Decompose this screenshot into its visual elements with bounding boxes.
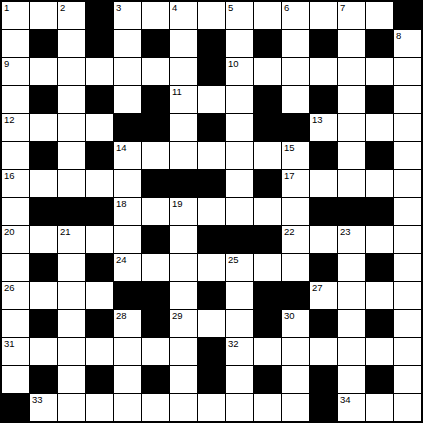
clue-number: 24	[116, 255, 127, 265]
white-cell[interactable]: 28	[114, 310, 141, 337]
black-cell	[114, 282, 141, 309]
white-cell[interactable]	[226, 394, 253, 421]
white-cell[interactable]	[86, 226, 113, 253]
white-cell[interactable]	[254, 338, 281, 365]
black-cell	[254, 226, 281, 253]
white-cell[interactable]: 22	[282, 226, 309, 253]
white-cell[interactable]	[226, 86, 253, 113]
white-cell[interactable]: 33	[30, 394, 57, 421]
black-cell	[282, 282, 309, 309]
black-cell	[142, 226, 169, 253]
black-cell	[310, 310, 337, 337]
black-cell	[310, 30, 337, 57]
black-cell	[310, 198, 337, 225]
white-cell[interactable]	[2, 198, 29, 225]
black-cell	[198, 366, 225, 393]
white-cell[interactable]	[394, 338, 421, 365]
white-cell[interactable]: 1	[2, 2, 29, 29]
white-cell[interactable]: 8	[394, 30, 421, 57]
white-cell[interactable]: 21	[58, 226, 85, 253]
white-cell[interactable]	[226, 310, 253, 337]
black-cell	[30, 254, 57, 281]
black-cell	[58, 198, 85, 225]
white-cell[interactable]	[114, 226, 141, 253]
white-cell[interactable]	[86, 282, 113, 309]
white-cell[interactable]	[366, 170, 393, 197]
black-cell	[142, 366, 169, 393]
white-cell[interactable]	[338, 142, 365, 169]
white-cell[interactable]	[58, 142, 85, 169]
clue-number: 9	[4, 59, 9, 69]
white-cell[interactable]	[366, 226, 393, 253]
white-cell[interactable]	[338, 366, 365, 393]
white-cell[interactable]	[170, 114, 197, 141]
white-cell[interactable]	[282, 366, 309, 393]
white-cell[interactable]: 23	[338, 226, 365, 253]
black-cell	[226, 226, 253, 253]
black-cell	[338, 198, 365, 225]
white-cell[interactable]	[394, 394, 421, 421]
white-cell[interactable]	[226, 366, 253, 393]
clue-number: 25	[228, 255, 239, 265]
white-cell[interactable]	[142, 338, 169, 365]
white-cell[interactable]: 31	[2, 338, 29, 365]
clue-number: 27	[312, 283, 323, 293]
black-cell	[198, 58, 225, 85]
white-cell[interactable]	[394, 226, 421, 253]
clue-number: 15	[284, 143, 295, 153]
white-cell[interactable]: 6	[282, 2, 309, 29]
clue-number: 28	[116, 311, 127, 321]
white-cell[interactable]	[58, 86, 85, 113]
white-cell[interactable]: 25	[226, 254, 253, 281]
white-cell[interactable]	[282, 198, 309, 225]
black-cell	[142, 170, 169, 197]
white-cell[interactable]	[310, 338, 337, 365]
crossword-grid: 1234567891011121314151617181920212223242…	[0, 0, 423, 423]
black-cell	[366, 30, 393, 57]
clue-number: 16	[4, 171, 15, 181]
white-cell[interactable]	[2, 310, 29, 337]
white-cell[interactable]: 34	[338, 394, 365, 421]
white-cell[interactable]	[30, 170, 57, 197]
white-cell[interactable]	[254, 142, 281, 169]
white-cell[interactable]	[114, 86, 141, 113]
clue-number: 26	[4, 283, 15, 293]
clue-number: 23	[340, 227, 351, 237]
white-cell[interactable]	[198, 142, 225, 169]
white-cell[interactable]	[282, 30, 309, 57]
white-cell[interactable]	[58, 254, 85, 281]
white-cell[interactable]	[394, 170, 421, 197]
black-cell	[114, 114, 141, 141]
white-cell[interactable]	[338, 338, 365, 365]
white-cell[interactable]	[394, 86, 421, 113]
white-cell[interactable]	[86, 170, 113, 197]
clue-number: 6	[284, 3, 289, 13]
white-cell[interactable]	[394, 282, 421, 309]
white-cell[interactable]	[226, 282, 253, 309]
white-cell[interactable]	[310, 58, 337, 85]
white-cell[interactable]	[86, 394, 113, 421]
white-cell[interactable]	[198, 2, 225, 29]
clue-number: 5	[228, 3, 233, 13]
white-cell[interactable]: 29	[170, 310, 197, 337]
black-cell	[142, 282, 169, 309]
white-cell[interactable]	[142, 58, 169, 85]
clue-number: 17	[284, 171, 295, 181]
black-cell	[366, 198, 393, 225]
clue-number: 10	[228, 59, 239, 69]
white-cell[interactable]: 24	[114, 254, 141, 281]
black-cell	[142, 310, 169, 337]
clue-number: 21	[60, 227, 71, 237]
black-cell	[86, 86, 113, 113]
black-cell	[86, 2, 113, 29]
white-cell[interactable]	[394, 114, 421, 141]
black-cell	[198, 338, 225, 365]
white-cell[interactable]	[366, 394, 393, 421]
white-cell[interactable]	[338, 30, 365, 57]
white-cell[interactable]	[114, 366, 141, 393]
white-cell[interactable]	[170, 254, 197, 281]
crossword-puzzle: 1234567891011121314151617181920212223242…	[0, 0, 423, 423]
black-cell	[142, 86, 169, 113]
white-cell[interactable]	[114, 338, 141, 365]
black-cell	[198, 30, 225, 57]
black-cell	[254, 366, 281, 393]
white-cell[interactable]	[254, 2, 281, 29]
black-cell	[198, 170, 225, 197]
white-cell[interactable]: 12	[2, 114, 29, 141]
black-cell	[282, 114, 309, 141]
black-cell	[30, 366, 57, 393]
white-cell[interactable]	[142, 2, 169, 29]
white-cell[interactable]	[58, 394, 85, 421]
black-cell	[366, 254, 393, 281]
black-cell	[30, 310, 57, 337]
white-cell[interactable]	[366, 58, 393, 85]
white-cell[interactable]	[282, 58, 309, 85]
white-cell[interactable]	[30, 226, 57, 253]
white-cell[interactable]	[282, 86, 309, 113]
black-cell	[254, 170, 281, 197]
white-cell[interactable]	[310, 170, 337, 197]
white-cell[interactable]: 30	[282, 310, 309, 337]
white-cell[interactable]	[30, 2, 57, 29]
black-cell	[86, 310, 113, 337]
white-cell[interactable]	[198, 86, 225, 113]
black-cell	[254, 282, 281, 309]
white-cell[interactable]	[394, 142, 421, 169]
black-cell	[366, 86, 393, 113]
white-cell[interactable]: 13	[310, 114, 337, 141]
white-cell[interactable]	[86, 338, 113, 365]
clue-number: 4	[172, 3, 177, 13]
white-cell[interactable]	[366, 2, 393, 29]
white-cell[interactable]	[338, 58, 365, 85]
white-cell[interactable]	[58, 30, 85, 57]
black-cell	[30, 86, 57, 113]
white-cell[interactable]	[114, 170, 141, 197]
white-cell[interactable]	[170, 58, 197, 85]
black-cell	[86, 30, 113, 57]
black-cell	[254, 30, 281, 57]
black-cell	[366, 310, 393, 337]
white-cell[interactable]	[310, 2, 337, 29]
black-cell	[254, 310, 281, 337]
white-cell[interactable]	[142, 394, 169, 421]
black-cell	[310, 254, 337, 281]
white-cell[interactable]	[254, 394, 281, 421]
white-cell[interactable]	[30, 58, 57, 85]
white-cell[interactable]	[282, 338, 309, 365]
white-cell[interactable]	[86, 58, 113, 85]
white-cell[interactable]: 18	[114, 198, 141, 225]
clue-number: 20	[4, 227, 15, 237]
white-cell[interactable]	[2, 86, 29, 113]
white-cell[interactable]	[170, 282, 197, 309]
black-cell	[86, 198, 113, 225]
white-cell[interactable]	[338, 310, 365, 337]
white-cell[interactable]	[30, 114, 57, 141]
clue-number: 29	[172, 311, 183, 321]
white-cell[interactable]: 20	[2, 226, 29, 253]
white-cell[interactable]: 10	[226, 58, 253, 85]
clue-number: 34	[340, 395, 351, 405]
white-cell[interactable]	[170, 226, 197, 253]
white-cell[interactable]	[58, 310, 85, 337]
white-cell[interactable]	[254, 254, 281, 281]
white-cell[interactable]	[30, 282, 57, 309]
white-cell[interactable]: 19	[170, 198, 197, 225]
clue-number: 11	[172, 87, 182, 97]
clue-number: 1	[4, 3, 9, 13]
white-cell[interactable]	[86, 114, 113, 141]
white-cell[interactable]	[58, 338, 85, 365]
black-cell	[394, 2, 421, 29]
white-cell[interactable]	[198, 198, 225, 225]
white-cell[interactable]	[310, 226, 337, 253]
clue-number: 22	[284, 227, 295, 237]
white-cell[interactable]	[2, 142, 29, 169]
white-cell[interactable]	[58, 366, 85, 393]
black-cell	[30, 198, 57, 225]
white-cell[interactable]: 3	[114, 2, 141, 29]
white-cell[interactable]	[170, 338, 197, 365]
white-cell[interactable]: 16	[2, 170, 29, 197]
white-cell[interactable]	[142, 142, 169, 169]
black-cell	[198, 282, 225, 309]
white-cell[interactable]	[170, 394, 197, 421]
black-cell	[142, 114, 169, 141]
black-cell	[254, 114, 281, 141]
clue-number: 31	[4, 339, 15, 349]
black-cell	[86, 254, 113, 281]
white-cell[interactable]	[170, 366, 197, 393]
white-cell[interactable]	[226, 30, 253, 57]
clue-number: 19	[172, 199, 183, 209]
black-cell	[366, 366, 393, 393]
clue-number: 30	[284, 311, 295, 321]
black-cell	[86, 366, 113, 393]
white-cell[interactable]	[58, 170, 85, 197]
clue-number: 2	[60, 3, 65, 13]
black-cell	[30, 30, 57, 57]
white-cell[interactable]	[114, 58, 141, 85]
black-cell	[366, 142, 393, 169]
white-cell[interactable]	[282, 254, 309, 281]
white-cell[interactable]	[198, 254, 225, 281]
clue-number: 7	[340, 3, 345, 13]
white-cell[interactable]: 5	[226, 2, 253, 29]
white-cell[interactable]: 17	[282, 170, 309, 197]
white-cell[interactable]	[58, 58, 85, 85]
white-cell[interactable]	[338, 170, 365, 197]
white-cell[interactable]: 11	[170, 86, 197, 113]
white-cell[interactable]	[394, 254, 421, 281]
white-cell[interactable]	[170, 142, 197, 169]
white-cell[interactable]	[394, 366, 421, 393]
white-cell[interactable]: 15	[282, 142, 309, 169]
white-cell[interactable]	[198, 310, 225, 337]
white-cell[interactable]: 32	[226, 338, 253, 365]
white-cell[interactable]	[254, 198, 281, 225]
black-cell	[254, 86, 281, 113]
white-cell[interactable]	[338, 86, 365, 113]
clue-number: 32	[228, 339, 239, 349]
clue-number: 33	[32, 395, 43, 405]
black-cell	[310, 142, 337, 169]
black-cell	[170, 170, 197, 197]
black-cell	[86, 142, 113, 169]
black-cell	[198, 114, 225, 141]
black-cell	[310, 86, 337, 113]
white-cell[interactable]	[226, 170, 253, 197]
black-cell	[142, 30, 169, 57]
white-cell[interactable]	[282, 394, 309, 421]
white-cell[interactable]: 9	[2, 58, 29, 85]
clue-number: 13	[312, 115, 323, 125]
white-cell[interactable]	[338, 114, 365, 141]
white-cell[interactable]	[338, 282, 365, 309]
white-cell[interactable]	[114, 394, 141, 421]
white-cell[interactable]	[2, 254, 29, 281]
black-cell	[310, 394, 337, 421]
white-cell[interactable]	[58, 114, 85, 141]
white-cell[interactable]: 27	[310, 282, 337, 309]
white-cell[interactable]: 7	[338, 2, 365, 29]
white-cell[interactable]	[198, 394, 225, 421]
clue-number: 14	[116, 143, 127, 153]
black-cell	[2, 394, 29, 421]
white-cell[interactable]	[338, 254, 365, 281]
white-cell[interactable]	[142, 198, 169, 225]
white-cell[interactable]	[58, 282, 85, 309]
white-cell[interactable]: 26	[2, 282, 29, 309]
white-cell[interactable]: 2	[58, 2, 85, 29]
white-cell[interactable]	[366, 282, 393, 309]
white-cell[interactable]	[2, 30, 29, 57]
white-cell[interactable]	[170, 30, 197, 57]
white-cell[interactable]	[114, 30, 141, 57]
white-cell[interactable]	[226, 198, 253, 225]
white-cell[interactable]	[394, 198, 421, 225]
white-cell[interactable]: 4	[170, 2, 197, 29]
white-cell[interactable]	[226, 142, 253, 169]
black-cell	[30, 142, 57, 169]
black-cell	[198, 226, 225, 253]
white-cell[interactable]	[142, 254, 169, 281]
black-cell	[310, 366, 337, 393]
white-cell[interactable]	[254, 58, 281, 85]
white-cell[interactable]: 14	[114, 142, 141, 169]
white-cell[interactable]	[226, 114, 253, 141]
white-cell[interactable]	[2, 366, 29, 393]
white-cell[interactable]	[30, 338, 57, 365]
white-cell[interactable]	[394, 58, 421, 85]
white-cell[interactable]	[366, 114, 393, 141]
clue-number: 3	[116, 3, 121, 13]
clue-number: 8	[396, 31, 401, 41]
white-cell[interactable]	[394, 310, 421, 337]
clue-number: 18	[116, 199, 127, 209]
clue-number: 12	[4, 115, 15, 125]
white-cell[interactable]	[366, 338, 393, 365]
